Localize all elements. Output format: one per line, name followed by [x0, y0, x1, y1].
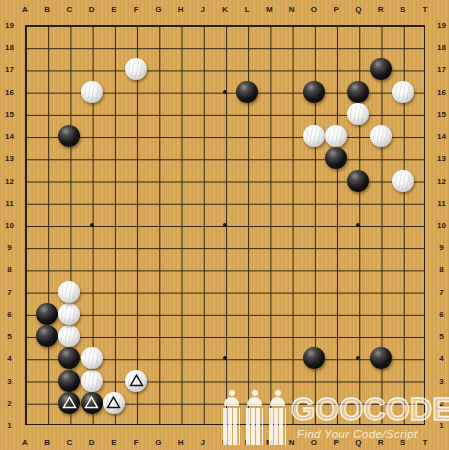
star-point — [223, 223, 227, 227]
coord-label: G — [155, 437, 161, 446]
stone-white-S12[interactable] — [392, 170, 414, 192]
stone-black-C4[interactable] — [58, 347, 80, 369]
coord-label: 13 — [437, 154, 446, 163]
stone-black-O4[interactable] — [303, 347, 325, 369]
coord-label: 13 — [5, 154, 14, 163]
coord-label: Q — [355, 5, 361, 14]
coord-label: S — [400, 5, 405, 14]
star-point — [90, 223, 94, 227]
coord-label: 14 — [437, 132, 446, 141]
coord-label: 2 — [439, 398, 443, 407]
star-point — [356, 356, 360, 360]
coord-label: 4 — [439, 354, 443, 363]
stone-white-O14[interactable] — [303, 125, 325, 147]
stone-white-C6[interactable] — [58, 303, 80, 325]
coord-label: Q — [355, 437, 361, 446]
star-point — [356, 223, 360, 227]
stone-black-C2[interactable] — [58, 392, 80, 414]
coord-label: 16 — [437, 87, 446, 96]
coord-label: K — [222, 437, 228, 446]
coord-label: 5 — [7, 332, 11, 341]
coord-label: A — [22, 5, 28, 14]
coord-label: N — [289, 437, 295, 446]
coord-label: A — [22, 437, 28, 446]
star-point — [223, 356, 227, 360]
coord-label: H — [178, 5, 184, 14]
triangle-mark — [84, 395, 99, 410]
coord-label: R — [378, 5, 384, 14]
coord-label: 10 — [5, 221, 14, 230]
coord-label: 11 — [5, 198, 13, 207]
stone-black-C14[interactable] — [58, 125, 80, 147]
stone-black-L16[interactable] — [236, 81, 258, 103]
coord-label: P — [333, 5, 338, 14]
coord-label: B — [44, 5, 50, 14]
coord-label: F — [134, 437, 139, 446]
stone-black-P13[interactable] — [325, 147, 347, 169]
stone-white-C7[interactable] — [58, 281, 80, 303]
coord-label: 4 — [7, 354, 11, 363]
coord-label: 15 — [437, 109, 446, 118]
coord-label: M — [266, 437, 273, 446]
go-board-screenshot: AABBCCDDEEFFGGHHJJKKLLMMNNOOPPQQRRSSTT19… — [0, 0, 449, 450]
coord-label: 2 — [7, 398, 11, 407]
coord-label: C — [67, 437, 73, 446]
coord-label: 3 — [7, 376, 11, 385]
coord-label: P — [333, 437, 338, 446]
coord-label: 8 — [439, 265, 443, 274]
coord-label: 14 — [5, 132, 14, 141]
stone-black-Q16[interactable] — [347, 81, 369, 103]
coord-label: 6 — [439, 309, 443, 318]
coord-label: T — [423, 5, 428, 14]
stone-white-D16[interactable] — [81, 81, 103, 103]
coord-label: B — [44, 437, 50, 446]
stone-white-E2[interactable] — [103, 392, 125, 414]
coord-label: 5 — [439, 332, 443, 341]
stone-black-B6[interactable] — [36, 303, 58, 325]
coord-label: D — [89, 437, 95, 446]
stone-black-O16[interactable] — [303, 81, 325, 103]
coord-label: E — [111, 5, 116, 14]
coord-label: 1 — [7, 421, 11, 430]
coord-label: L — [245, 5, 250, 14]
triangle-mark — [106, 395, 121, 410]
coord-label: 18 — [437, 43, 446, 52]
stone-white-P14[interactable] — [325, 125, 347, 147]
coord-label: 9 — [439, 243, 443, 252]
coord-label: 12 — [5, 176, 14, 185]
star-point — [223, 90, 227, 94]
coord-label: 15 — [5, 109, 14, 118]
coord-label: 7 — [439, 287, 443, 296]
coord-label: 10 — [437, 221, 446, 230]
coord-label: 17 — [437, 65, 446, 74]
coord-label: S — [400, 437, 405, 446]
stone-black-B5[interactable] — [36, 325, 58, 347]
stone-black-C3[interactable] — [58, 370, 80, 392]
coord-label: F — [134, 5, 139, 14]
coord-label: M — [266, 5, 273, 14]
coord-label: 17 — [5, 65, 14, 74]
coord-label: 18 — [5, 43, 14, 52]
triangle-mark — [129, 373, 144, 388]
stone-black-R17[interactable] — [370, 58, 392, 80]
coord-label: H — [178, 437, 184, 446]
coord-label: 6 — [7, 309, 11, 318]
stone-black-R4[interactable] — [370, 347, 392, 369]
coord-label: C — [67, 5, 73, 14]
stone-white-D3[interactable] — [81, 370, 103, 392]
coord-label: 16 — [5, 87, 14, 96]
coord-label: 7 — [7, 287, 11, 296]
coord-label: D — [89, 5, 95, 14]
stone-white-R14[interactable] — [370, 125, 392, 147]
stone-black-Q12[interactable] — [347, 170, 369, 192]
stone-black-D2[interactable] — [81, 392, 103, 414]
stone-white-Q15[interactable] — [347, 103, 369, 125]
coord-label: N — [289, 5, 295, 14]
coord-label: J — [201, 5, 205, 14]
stone-white-F17[interactable] — [125, 58, 147, 80]
coord-label: 12 — [437, 176, 446, 185]
coord-label: G — [155, 5, 161, 14]
coord-label: 19 — [5, 21, 14, 30]
stone-white-D4[interactable] — [81, 347, 103, 369]
coord-label: 11 — [437, 198, 445, 207]
coord-label: O — [311, 5, 317, 14]
coord-label: R — [378, 437, 384, 446]
triangle-mark — [62, 395, 77, 410]
coord-label: 3 — [439, 376, 443, 385]
stone-white-S16[interactable] — [392, 81, 414, 103]
coord-label: K — [222, 5, 228, 14]
coord-label: T — [423, 437, 428, 446]
coord-label: 19 — [437, 21, 446, 30]
coord-label: L — [245, 437, 250, 446]
coord-label: 1 — [439, 421, 443, 430]
coord-label: E — [111, 437, 116, 446]
stone-white-C5[interactable] — [58, 325, 80, 347]
coord-label: 9 — [7, 243, 11, 252]
stone-white-F3[interactable] — [125, 370, 147, 392]
coord-label: 8 — [7, 265, 11, 274]
coord-label: J — [201, 437, 205, 446]
coord-label: O — [311, 437, 317, 446]
